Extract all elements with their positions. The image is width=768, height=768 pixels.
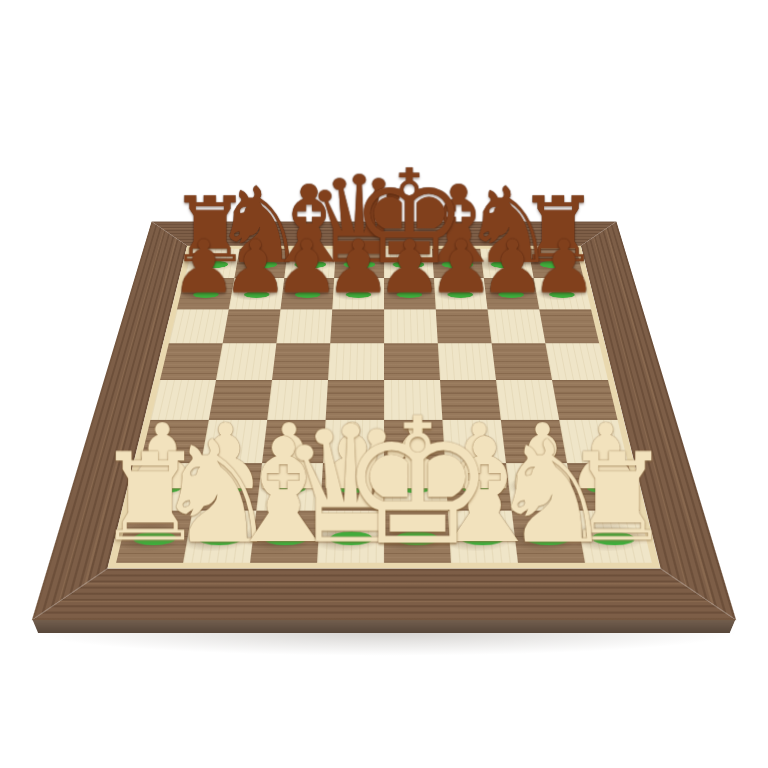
pawn-glyph: ♟ xyxy=(491,231,638,305)
pieces-layer: ♜♞♝♛♚♝♞♜♟♟♟♟♟♟♟♟♟♟♟♟♟♟♟♟♜♞♝♛♚♝♞♜ xyxy=(32,222,736,621)
king-glyph: ♚ xyxy=(321,395,513,569)
product-photo-scene: ♜♞♝♛♚♝♞♜♟♟♟♟♟♟♟♟♟♟♟♟♟♟♟♟♜♞♝♛♚♝♞♜ xyxy=(0,0,768,768)
board-front-edge xyxy=(32,619,736,633)
chess-board: ♜♞♝♛♚♝♞♜♟♟♟♟♟♟♟♟♟♟♟♟♟♟♟♟♜♞♝♛♚♝♞♜ xyxy=(32,222,736,621)
